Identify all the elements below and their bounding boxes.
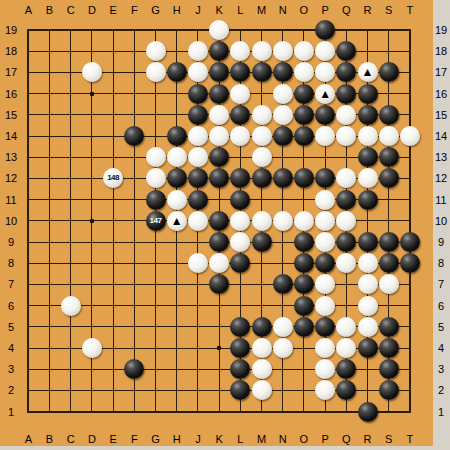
- coordinate-top-letter: T: [402, 5, 418, 16]
- white-stone: [252, 126, 272, 146]
- coordinate-right-number: 16: [433, 89, 449, 100]
- black-stone: [315, 317, 335, 337]
- white-stone: [61, 296, 81, 316]
- black-stone: [209, 41, 229, 61]
- black-stone: [230, 338, 250, 358]
- black-stone: [336, 359, 356, 379]
- coordinate-right-number: 8: [433, 258, 449, 269]
- coordinate-top-letter: G: [148, 5, 164, 16]
- white-stone: [273, 317, 293, 337]
- coordinate-left-number: 6: [1, 301, 21, 312]
- black-stone: [188, 84, 208, 104]
- white-stone: [82, 62, 102, 82]
- white-stone: [315, 338, 335, 358]
- white-stone: [336, 253, 356, 273]
- black-stone: [188, 105, 208, 125]
- coordinate-left-number: 4: [1, 343, 21, 354]
- black-stone: [358, 232, 378, 252]
- grid-horizontal-line: [27, 305, 411, 306]
- coordinate-right-number: 14: [433, 131, 449, 142]
- white-stone: [315, 232, 335, 252]
- coordinate-bottom-letter: J: [190, 434, 206, 445]
- white-stone: [336, 211, 356, 231]
- white-stone: [252, 338, 272, 358]
- white-stone: [315, 296, 335, 316]
- coordinate-right-number: 12: [433, 173, 449, 184]
- star-point: [217, 346, 221, 350]
- coordinate-right-number: 10: [433, 216, 449, 227]
- white-stone: [379, 274, 399, 294]
- white-stone: [336, 126, 356, 146]
- coordinate-top-letter: N: [275, 5, 291, 16]
- white-stone: [315, 211, 335, 231]
- coordinate-right-number: 11: [433, 195, 449, 206]
- black-stone: [379, 105, 399, 125]
- white-stone: [188, 126, 208, 146]
- black-stone: [315, 105, 335, 125]
- white-stone: ▲: [315, 84, 335, 104]
- white-stone: [273, 84, 293, 104]
- coordinate-top-letter: B: [42, 5, 58, 16]
- white-stone: [167, 147, 187, 167]
- black-stone: [209, 62, 229, 82]
- coordinate-right-number: 6: [433, 301, 449, 312]
- white-stone: [336, 317, 356, 337]
- coordinate-left-number: 5: [1, 322, 21, 333]
- white-stone: [273, 41, 293, 61]
- white-stone: [252, 380, 272, 400]
- coordinate-right-number: 3: [433, 364, 449, 375]
- black-stone: [379, 380, 399, 400]
- black-stone: [358, 105, 378, 125]
- coordinate-bottom-letter: N: [275, 434, 291, 445]
- white-stone: [252, 41, 272, 61]
- coordinate-right-number: 9: [433, 237, 449, 248]
- coordinate-top-letter: J: [190, 5, 206, 16]
- coordinate-left-number: 12: [1, 173, 21, 184]
- coordinate-top-letter: P: [317, 5, 333, 16]
- black-stone: [167, 168, 187, 188]
- coordinate-left-number: 2: [1, 385, 21, 396]
- coordinate-bottom-letter: M: [254, 434, 270, 445]
- black-stone: [379, 317, 399, 337]
- coordinate-bottom-letter: K: [211, 434, 227, 445]
- white-stone: [146, 168, 166, 188]
- black-stone: [252, 232, 272, 252]
- coordinate-bottom-letter: Q: [338, 434, 354, 445]
- coordinate-left-number: 7: [1, 279, 21, 290]
- black-stone: [379, 168, 399, 188]
- coordinate-top-letter: L: [232, 5, 248, 16]
- white-stone: [209, 20, 229, 40]
- grid-vertical-line: [409, 29, 411, 413]
- black-stone: [336, 62, 356, 82]
- black-stone: [379, 338, 399, 358]
- coordinate-right-number: 13: [433, 152, 449, 163]
- black-stone: [230, 105, 250, 125]
- white-stone: [209, 126, 229, 146]
- coordinate-top-letter: E: [105, 5, 121, 16]
- black-stone: [273, 126, 293, 146]
- coordinate-right-number: 2: [433, 385, 449, 396]
- black-stone: [336, 380, 356, 400]
- white-stone: [294, 41, 314, 61]
- black-stone: [358, 402, 378, 422]
- coordinate-left-number: 3: [1, 364, 21, 375]
- black-stone: [400, 232, 420, 252]
- coordinate-bottom-letter: D: [84, 434, 100, 445]
- black-stone: [379, 147, 399, 167]
- bottom-margin-strip: [0, 446, 450, 450]
- white-stone: ▲: [358, 62, 378, 82]
- black-stone: [379, 232, 399, 252]
- black-stone: [294, 105, 314, 125]
- black-stone: [188, 168, 208, 188]
- coordinate-left-number: 17: [1, 67, 21, 78]
- white-stone: [358, 126, 378, 146]
- black-stone: [336, 41, 356, 61]
- grid-horizontal-line: [27, 411, 411, 413]
- white-stone: [358, 274, 378, 294]
- coordinate-top-letter: D: [84, 5, 100, 16]
- coordinate-left-number: 11: [1, 195, 21, 206]
- black-stone: [252, 62, 272, 82]
- white-stone: [273, 211, 293, 231]
- black-stone: [188, 190, 208, 210]
- coordinate-bottom-letter: L: [232, 434, 248, 445]
- coordinate-bottom-letter: S: [381, 434, 397, 445]
- black-stone: [336, 232, 356, 252]
- black-stone: [315, 253, 335, 273]
- black-stone: [167, 62, 187, 82]
- white-stone: [230, 41, 250, 61]
- coordinate-left-number: 10: [1, 216, 21, 227]
- white-stone: [230, 232, 250, 252]
- black-stone: [358, 190, 378, 210]
- white-stone: [188, 147, 208, 167]
- coordinate-left-number: 1: [1, 407, 21, 418]
- black-stone: [209, 147, 229, 167]
- coordinate-left-number: 16: [1, 89, 21, 100]
- white-stone: [315, 380, 335, 400]
- star-point: [90, 92, 94, 96]
- black-stone: [146, 190, 166, 210]
- coordinate-bottom-letter: C: [63, 434, 79, 445]
- coordinate-bottom-letter: O: [296, 434, 312, 445]
- white-stone: [146, 147, 166, 167]
- white-stone: [273, 105, 293, 125]
- white-stone: [358, 317, 378, 337]
- white-stone: [188, 253, 208, 273]
- black-stone: [294, 296, 314, 316]
- coordinate-left-number: 9: [1, 237, 21, 248]
- coordinate-bottom-letter: T: [402, 434, 418, 445]
- white-stone: [315, 126, 335, 146]
- black-stone: [273, 168, 293, 188]
- black-stone: [124, 126, 144, 146]
- coordinate-bottom-letter: F: [126, 434, 142, 445]
- coordinate-top-letter: M: [254, 5, 270, 16]
- white-stone: [188, 211, 208, 231]
- white-stone: [146, 62, 166, 82]
- black-stone: [294, 317, 314, 337]
- black-stone: [209, 232, 229, 252]
- black-stone: [358, 147, 378, 167]
- black-stone: [315, 20, 335, 40]
- coordinate-right-number: 18: [433, 46, 449, 57]
- black-stone: [379, 359, 399, 379]
- white-stone: [358, 168, 378, 188]
- black-stone: [230, 253, 250, 273]
- white-stone: [146, 41, 166, 61]
- black-stone: [230, 62, 250, 82]
- coordinate-left-number: 18: [1, 46, 21, 57]
- coordinate-bottom-letter: E: [105, 434, 121, 445]
- coordinate-left-number: 14: [1, 131, 21, 142]
- black-stone: [336, 84, 356, 104]
- white-stone: 148: [103, 168, 123, 188]
- white-stone: [315, 190, 335, 210]
- coordinate-right-number: 17: [433, 67, 449, 78]
- coordinate-bottom-letter: R: [360, 434, 376, 445]
- triangle-mark: ▲: [319, 88, 331, 100]
- white-stone: [315, 359, 335, 379]
- triangle-mark: ▲: [171, 215, 183, 227]
- coordinate-left-number: 13: [1, 152, 21, 163]
- black-stone: [294, 84, 314, 104]
- coordinate-top-letter: A: [20, 5, 36, 16]
- white-stone: [230, 84, 250, 104]
- coordinate-top-letter: F: [126, 5, 142, 16]
- triangle-mark: ▲: [362, 66, 374, 78]
- white-stone: [188, 41, 208, 61]
- black-stone: [294, 232, 314, 252]
- black-stone: [209, 274, 229, 294]
- coordinate-bottom-letter: A: [20, 434, 36, 445]
- black-stone: [273, 62, 293, 82]
- black-stone: [252, 168, 272, 188]
- white-stone: [273, 338, 293, 358]
- white-stone: [379, 126, 399, 146]
- black-stone: [124, 359, 144, 379]
- coordinate-top-letter: O: [296, 5, 312, 16]
- white-stone: [294, 211, 314, 231]
- coordinate-bottom-letter: H: [169, 434, 185, 445]
- black-stone: [209, 168, 229, 188]
- white-stone: [358, 296, 378, 316]
- white-stone: [252, 147, 272, 167]
- black-stone: [400, 253, 420, 273]
- white-stone: [315, 62, 335, 82]
- black-stone: [252, 317, 272, 337]
- black-stone: [336, 190, 356, 210]
- black-stone: [379, 253, 399, 273]
- black-stone: [294, 126, 314, 146]
- coordinate-right-number: 5: [433, 322, 449, 333]
- black-stone: [379, 62, 399, 82]
- white-stone: [230, 211, 250, 231]
- white-stone: [336, 168, 356, 188]
- star-point: [90, 219, 94, 223]
- coordinate-bottom-letter: B: [42, 434, 58, 445]
- coordinate-top-letter: C: [63, 5, 79, 16]
- white-stone: [167, 190, 187, 210]
- black-stone: [358, 338, 378, 358]
- coordinate-top-letter: Q: [338, 5, 354, 16]
- white-stone: [209, 105, 229, 125]
- white-stone: [315, 41, 335, 61]
- black-stone: 147: [146, 211, 166, 231]
- move-number-label: 147: [150, 217, 162, 225]
- white-stone: [336, 105, 356, 125]
- black-stone: [230, 168, 250, 188]
- coordinate-top-letter: R: [360, 5, 376, 16]
- coordinate-right-number: 7: [433, 279, 449, 290]
- white-stone: [252, 105, 272, 125]
- white-stone: [188, 62, 208, 82]
- coordinate-bottom-letter: G: [148, 434, 164, 445]
- coordinate-right-number: 4: [433, 343, 449, 354]
- black-stone: [209, 211, 229, 231]
- go-board-screenshot: 147▲▲148▲ABCDEFGHJKLMNOPQRSTABCDEFGHJKLM…: [0, 0, 450, 450]
- black-stone: [230, 317, 250, 337]
- white-stone: [294, 62, 314, 82]
- black-stone: [230, 359, 250, 379]
- black-stone: [315, 168, 335, 188]
- black-stone: [294, 168, 314, 188]
- black-stone: [209, 84, 229, 104]
- coordinate-top-letter: H: [169, 5, 185, 16]
- white-stone: [209, 253, 229, 273]
- white-stone: [252, 211, 272, 231]
- white-stone: [336, 338, 356, 358]
- coordinate-right-number: 15: [433, 110, 449, 121]
- white-stone: [230, 126, 250, 146]
- coordinate-bottom-letter: P: [317, 434, 333, 445]
- coordinate-right-number: 1: [433, 407, 449, 418]
- coordinate-right-number: 19: [433, 25, 449, 36]
- black-stone: [167, 126, 187, 146]
- coordinate-left-number: 19: [1, 25, 21, 36]
- coordinate-left-number: 15: [1, 110, 21, 121]
- white-stone: [82, 338, 102, 358]
- coordinate-left-number: 8: [1, 258, 21, 269]
- black-stone: [294, 274, 314, 294]
- white-stone: [400, 126, 420, 146]
- white-stone: ▲: [167, 211, 187, 231]
- white-stone: [315, 274, 335, 294]
- coordinate-top-letter: K: [211, 5, 227, 16]
- black-stone: [230, 190, 250, 210]
- white-stone: [358, 253, 378, 273]
- black-stone: [230, 380, 250, 400]
- move-number-label: 148: [107, 174, 119, 182]
- black-stone: [358, 84, 378, 104]
- coordinate-top-letter: S: [381, 5, 397, 16]
- white-stone: [252, 359, 272, 379]
- black-stone: [294, 253, 314, 273]
- black-stone: [273, 274, 293, 294]
